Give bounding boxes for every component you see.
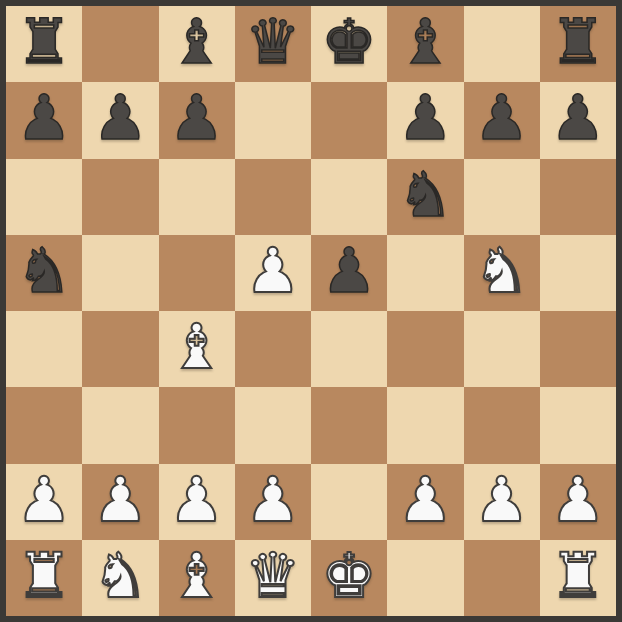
black-pawn[interactable]: ♟: [321, 240, 377, 302]
white-pawn[interactable]: ♟: [93, 469, 149, 531]
square-g3[interactable]: [464, 387, 540, 463]
square-g7[interactable]: ♟: [464, 82, 540, 158]
black-bishop[interactable]: ♝: [169, 11, 225, 73]
black-queen[interactable]: ♛: [245, 11, 301, 73]
square-c1[interactable]: ♝: [159, 540, 235, 616]
square-b1[interactable]: ♞: [82, 540, 158, 616]
square-g2[interactable]: ♟: [464, 464, 540, 540]
square-c3[interactable]: [159, 387, 235, 463]
white-rook[interactable]: ♜: [550, 545, 606, 607]
square-f2[interactable]: ♟: [387, 464, 463, 540]
square-e7[interactable]: [311, 82, 387, 158]
board-frame: ♜♝♛♚♝♜♟♟♟♟♟♟♞♞♟♟♞♝♟♟♟♟♟♟♟♜♞♝♛♚♜: [0, 0, 622, 622]
black-pawn[interactable]: ♟: [169, 87, 225, 149]
white-rook[interactable]: ♜: [16, 545, 72, 607]
square-a5[interactable]: ♞: [6, 235, 82, 311]
square-h5[interactable]: [540, 235, 616, 311]
square-h6[interactable]: [540, 159, 616, 235]
square-h4[interactable]: [540, 311, 616, 387]
square-d4[interactable]: [235, 311, 311, 387]
white-pawn[interactable]: ♟: [245, 469, 301, 531]
square-b3[interactable]: [82, 387, 158, 463]
square-e3[interactable]: [311, 387, 387, 463]
square-b6[interactable]: [82, 159, 158, 235]
square-g1[interactable]: [464, 540, 540, 616]
square-a3[interactable]: [6, 387, 82, 463]
square-a1[interactable]: ♜: [6, 540, 82, 616]
white-pawn[interactable]: ♟: [16, 469, 72, 531]
black-king[interactable]: ♚: [321, 11, 377, 73]
square-f6[interactable]: ♞: [387, 159, 463, 235]
square-d6[interactable]: [235, 159, 311, 235]
square-h2[interactable]: ♟: [540, 464, 616, 540]
black-pawn[interactable]: ♟: [474, 87, 530, 149]
white-king[interactable]: ♚: [321, 545, 377, 607]
black-pawn[interactable]: ♟: [16, 87, 72, 149]
square-h1[interactable]: ♜: [540, 540, 616, 616]
square-f3[interactable]: [387, 387, 463, 463]
square-g4[interactable]: [464, 311, 540, 387]
black-rook[interactable]: ♜: [16, 11, 72, 73]
black-knight[interactable]: ♞: [16, 240, 72, 302]
square-d5[interactable]: ♟: [235, 235, 311, 311]
square-b5[interactable]: [82, 235, 158, 311]
square-f8[interactable]: ♝: [387, 6, 463, 82]
black-bishop[interactable]: ♝: [398, 11, 454, 73]
white-knight[interactable]: ♞: [474, 240, 530, 302]
square-e1[interactable]: ♚: [311, 540, 387, 616]
square-a8[interactable]: ♜: [6, 6, 82, 82]
square-d7[interactable]: [235, 82, 311, 158]
square-b2[interactable]: ♟: [82, 464, 158, 540]
square-c8[interactable]: ♝: [159, 6, 235, 82]
square-e5[interactable]: ♟: [311, 235, 387, 311]
square-g5[interactable]: ♞: [464, 235, 540, 311]
square-c7[interactable]: ♟: [159, 82, 235, 158]
square-h8[interactable]: ♜: [540, 6, 616, 82]
square-e4[interactable]: [311, 311, 387, 387]
square-e6[interactable]: [311, 159, 387, 235]
square-d3[interactable]: [235, 387, 311, 463]
white-queen[interactable]: ♛: [245, 545, 301, 607]
square-d1[interactable]: ♛: [235, 540, 311, 616]
square-d8[interactable]: ♛: [235, 6, 311, 82]
square-g8[interactable]: [464, 6, 540, 82]
square-a2[interactable]: ♟: [6, 464, 82, 540]
square-h7[interactable]: ♟: [540, 82, 616, 158]
white-pawn[interactable]: ♟: [245, 240, 301, 302]
square-f1[interactable]: [387, 540, 463, 616]
square-b7[interactable]: ♟: [82, 82, 158, 158]
square-g6[interactable]: [464, 159, 540, 235]
square-b4[interactable]: [82, 311, 158, 387]
chess-board: ♜♝♛♚♝♜♟♟♟♟♟♟♞♞♟♟♞♝♟♟♟♟♟♟♟♜♞♝♛♚♜: [6, 6, 616, 616]
white-bishop[interactable]: ♝: [169, 316, 225, 378]
black-pawn[interactable]: ♟: [398, 87, 454, 149]
square-b8[interactable]: [82, 6, 158, 82]
square-f7[interactable]: ♟: [387, 82, 463, 158]
square-a6[interactable]: [6, 159, 82, 235]
square-h3[interactable]: [540, 387, 616, 463]
square-a7[interactable]: ♟: [6, 82, 82, 158]
square-a4[interactable]: [6, 311, 82, 387]
square-c4[interactable]: ♝: [159, 311, 235, 387]
black-rook[interactable]: ♜: [550, 11, 606, 73]
square-e2[interactable]: [311, 464, 387, 540]
square-c6[interactable]: [159, 159, 235, 235]
black-pawn[interactable]: ♟: [93, 87, 149, 149]
square-c2[interactable]: ♟: [159, 464, 235, 540]
white-knight[interactable]: ♞: [93, 545, 149, 607]
white-pawn[interactable]: ♟: [169, 469, 225, 531]
black-knight[interactable]: ♞: [398, 164, 454, 226]
white-pawn[interactable]: ♟: [474, 469, 530, 531]
square-f5[interactable]: [387, 235, 463, 311]
white-pawn[interactable]: ♟: [550, 469, 606, 531]
white-pawn[interactable]: ♟: [398, 469, 454, 531]
square-f4[interactable]: [387, 311, 463, 387]
square-d2[interactable]: ♟: [235, 464, 311, 540]
square-c5[interactable]: [159, 235, 235, 311]
white-bishop[interactable]: ♝: [169, 545, 225, 607]
black-pawn[interactable]: ♟: [550, 87, 606, 149]
square-e8[interactable]: ♚: [311, 6, 387, 82]
